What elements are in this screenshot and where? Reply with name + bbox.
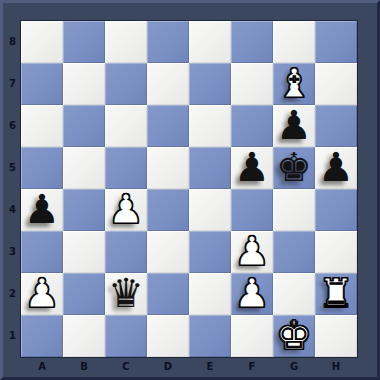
piece-bP-f5[interactable]: ♟ <box>231 145 273 189</box>
piece-bP-h5[interactable]: ♟ <box>315 145 357 189</box>
square-h7[interactable] <box>315 63 357 105</box>
square-c3[interactable] <box>105 231 147 273</box>
square-f6[interactable] <box>231 105 273 147</box>
square-f5[interactable]: ♟ <box>231 147 273 189</box>
square-f2[interactable]: ♟ <box>231 273 273 315</box>
square-e5[interactable] <box>189 147 231 189</box>
square-f3[interactable]: ♟ <box>231 231 273 273</box>
square-c8[interactable] <box>105 21 147 63</box>
square-g1[interactable]: ♚ <box>273 315 315 357</box>
square-a4[interactable]: ♟ <box>21 189 63 231</box>
square-a2[interactable]: ♟ <box>21 273 63 315</box>
square-g3[interactable] <box>273 231 315 273</box>
square-d2[interactable] <box>147 273 189 315</box>
square-d6[interactable] <box>147 105 189 147</box>
piece-bK-g5[interactable]: ♚ <box>273 145 315 189</box>
rank-label-5: 5 <box>5 147 20 189</box>
square-b1[interactable] <box>63 315 105 357</box>
square-b3[interactable] <box>63 231 105 273</box>
square-d7[interactable] <box>147 63 189 105</box>
piece-wP-c4[interactable]: ♟ <box>105 187 147 231</box>
square-h1[interactable] <box>315 315 357 357</box>
square-b7[interactable] <box>63 63 105 105</box>
file-label-a: A <box>21 358 63 378</box>
rank-label-2: 2 <box>5 273 20 315</box>
square-c2[interactable]: ♛ <box>105 273 147 315</box>
square-c6[interactable] <box>105 105 147 147</box>
square-g6[interactable]: ♟ <box>273 105 315 147</box>
file-label-b: B <box>63 358 105 378</box>
piece-bP-g6[interactable]: ♟ <box>273 103 315 147</box>
square-e7[interactable] <box>189 63 231 105</box>
square-f8[interactable] <box>231 21 273 63</box>
file-label-g: G <box>273 358 315 378</box>
rank-label-6: 6 <box>5 105 20 147</box>
square-h4[interactable] <box>315 189 357 231</box>
square-d8[interactable] <box>147 21 189 63</box>
file-label-e: E <box>189 358 231 378</box>
file-label-h: H <box>315 358 357 378</box>
square-a5[interactable] <box>21 147 63 189</box>
rank-label-3: 3 <box>5 231 20 273</box>
square-h5[interactable]: ♟ <box>315 147 357 189</box>
square-a6[interactable] <box>21 105 63 147</box>
square-e1[interactable] <box>189 315 231 357</box>
square-c7[interactable] <box>105 63 147 105</box>
square-e2[interactable] <box>189 273 231 315</box>
piece-bP-a4[interactable]: ♟ <box>21 187 63 231</box>
square-c5[interactable] <box>105 147 147 189</box>
rank-label-4: 4 <box>5 189 20 231</box>
square-b4[interactable] <box>63 189 105 231</box>
square-e8[interactable] <box>189 21 231 63</box>
square-d5[interactable] <box>147 147 189 189</box>
square-g7[interactable]: ♝ <box>273 63 315 105</box>
file-label-d: D <box>147 358 189 378</box>
square-b5[interactable] <box>63 147 105 189</box>
square-g5[interactable]: ♚ <box>273 147 315 189</box>
file-label-c: C <box>105 358 147 378</box>
square-h6[interactable] <box>315 105 357 147</box>
square-f7[interactable] <box>231 63 273 105</box>
square-b8[interactable] <box>63 21 105 63</box>
square-h3[interactable] <box>315 231 357 273</box>
square-f4[interactable] <box>231 189 273 231</box>
piece-wB-g7[interactable]: ♝ <box>273 61 315 105</box>
square-g2[interactable] <box>273 273 315 315</box>
square-h8[interactable] <box>315 21 357 63</box>
square-g4[interactable] <box>273 189 315 231</box>
square-a3[interactable] <box>21 231 63 273</box>
square-a7[interactable] <box>21 63 63 105</box>
file-label-f: F <box>231 358 273 378</box>
square-b2[interactable] <box>63 273 105 315</box>
square-b6[interactable] <box>63 105 105 147</box>
piece-wP-f2[interactable]: ♟ <box>231 271 273 315</box>
square-d1[interactable] <box>147 315 189 357</box>
piece-bQ-c2[interactable]: ♛ <box>105 271 147 315</box>
square-c1[interactable] <box>105 315 147 357</box>
square-e6[interactable] <box>189 105 231 147</box>
square-e4[interactable] <box>189 189 231 231</box>
chess-board: ♝♟♟♚♟♟♟♟♟♛♟♜♚ <box>20 20 358 358</box>
piece-wK-g1[interactable]: ♚ <box>273 313 315 357</box>
board-frame: ♝♟♟♚♟♟♟♟♟♛♟♜♚ 87654321ABCDEFGH <box>0 0 380 380</box>
rank-label-7: 7 <box>5 63 20 105</box>
rank-label-8: 8 <box>5 21 20 63</box>
square-c4[interactable]: ♟ <box>105 189 147 231</box>
square-e3[interactable] <box>189 231 231 273</box>
square-f1[interactable] <box>231 315 273 357</box>
square-h2[interactable]: ♜ <box>315 273 357 315</box>
square-a1[interactable] <box>21 315 63 357</box>
square-a8[interactable] <box>21 21 63 63</box>
piece-wP-f3[interactable]: ♟ <box>231 229 273 273</box>
square-g8[interactable] <box>273 21 315 63</box>
square-d4[interactable] <box>147 189 189 231</box>
square-d3[interactable] <box>147 231 189 273</box>
piece-wP-a2[interactable]: ♟ <box>21 271 63 315</box>
rank-label-1: 1 <box>5 315 20 357</box>
piece-wR-h2[interactable]: ♜ <box>315 271 357 315</box>
